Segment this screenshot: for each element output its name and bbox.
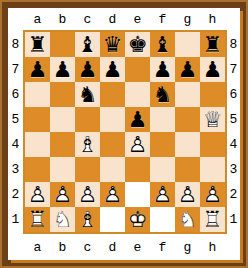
piece-outline: ♘ [175, 207, 200, 232]
square-f8[interactable]: ♝ [150, 32, 175, 57]
square-f1[interactable] [150, 207, 175, 232]
white-rook-a1[interactable]: ♜♖ [25, 207, 50, 232]
black-queen-d8[interactable]: ♛ [100, 32, 125, 57]
white-pawn-c2[interactable]: ♟♙ [75, 182, 100, 207]
square-d5[interactable] [100, 107, 125, 132]
rank-label-left-7: 7 [12, 57, 20, 82]
square-d8[interactable]: ♛ [100, 32, 125, 57]
rank-label-left-2: 2 [12, 182, 20, 207]
square-c5[interactable] [75, 107, 100, 132]
black-bishop-c8[interactable]: ♝ [75, 32, 100, 57]
black-pawn-a7[interactable]: ♟ [25, 57, 50, 82]
square-b6[interactable] [50, 82, 75, 107]
square-b8[interactable] [50, 32, 75, 57]
square-c1[interactable]: ♝♗ [75, 207, 100, 232]
corner-bottom-right [227, 234, 240, 260]
file-label-top-g: g [175, 13, 200, 26]
file-label-bottom-b: b [50, 241, 75, 254]
rank-label-left-4: 4 [12, 132, 20, 157]
rank-label-left-3: 3 [12, 157, 20, 182]
square-d1[interactable] [100, 207, 125, 232]
square-g8[interactable] [175, 32, 200, 57]
rank-labels-left: 87654321 [8, 30, 23, 234]
white-bishop-c1[interactable]: ♝♗ [75, 207, 100, 232]
square-g1[interactable]: ♞♘ [175, 207, 200, 232]
square-h1[interactable]: ♜♖ [200, 207, 225, 232]
black-pawn-g7[interactable]: ♟ [175, 57, 200, 82]
white-pawn-e4[interactable]: ♟♙ [125, 132, 150, 157]
white-knight-b1[interactable]: ♞♘ [50, 207, 75, 232]
file-label-top-f: f [150, 13, 175, 26]
black-rook-h8[interactable]: ♜ [200, 32, 225, 57]
file-label-top-a: a [25, 13, 50, 26]
chess-board: ♜♝♛♚♝♜♟♟♟♟♟♟♟♞♞♟♛♕♝♗♟♙♟♙♟♙♟♙♟♙♟♙♟♙♟♙♜♖♞♘… [23, 30, 227, 234]
square-c3[interactable] [75, 157, 100, 182]
square-a1[interactable]: ♜♖ [25, 207, 50, 232]
square-f5[interactable] [150, 107, 175, 132]
square-e8[interactable]: ♚ [125, 32, 150, 57]
square-a6[interactable] [25, 82, 50, 107]
white-pawn-a2[interactable]: ♟♙ [25, 182, 50, 207]
square-h6[interactable] [200, 82, 225, 107]
square-a2[interactable]: ♟♙ [25, 182, 50, 207]
black-pawn-h7[interactable]: ♟ [200, 57, 225, 82]
rank-label-left-8: 8 [12, 32, 20, 57]
square-g6[interactable] [175, 82, 200, 107]
square-h4[interactable] [200, 132, 225, 157]
white-knight-g1[interactable]: ♞♘ [175, 207, 200, 232]
rank-label-right-6: 6 [230, 82, 238, 107]
corner-top-right [227, 8, 240, 30]
white-king-e1[interactable]: ♚♔ [125, 207, 150, 232]
file-label-bottom-h: h [200, 241, 225, 254]
black-pawn-e5[interactable]: ♟ [125, 107, 150, 132]
square-b1[interactable]: ♞♘ [50, 207, 75, 232]
square-g4[interactable] [175, 132, 200, 157]
rank-label-right-5: 5 [230, 107, 238, 132]
black-bishop-f8[interactable]: ♝ [150, 32, 175, 57]
white-pawn-g2[interactable]: ♟♙ [175, 182, 200, 207]
square-h2[interactable]: ♟♙ [200, 182, 225, 207]
file-label-top-c: c [75, 13, 100, 26]
black-king-e8[interactable]: ♚ [125, 32, 150, 57]
corner-bottom-left [8, 234, 23, 260]
file-label-bottom-e: e [125, 241, 150, 254]
square-c8[interactable]: ♝ [75, 32, 100, 57]
piece-outline: ♘ [50, 207, 75, 232]
rank-label-left-6: 6 [12, 82, 20, 107]
file-label-bottom-g: g [175, 241, 200, 254]
corner-top-left [8, 8, 23, 30]
file-label-bottom-c: c [75, 241, 100, 254]
square-h5[interactable]: ♛♕ [200, 107, 225, 132]
white-bishop-c4[interactable]: ♝♗ [75, 132, 100, 157]
black-pawn-d7[interactable]: ♟ [100, 57, 125, 82]
square-f2[interactable]: ♟♙ [150, 182, 175, 207]
square-h8[interactable]: ♜ [200, 32, 225, 57]
piece-outline: ♙ [50, 182, 75, 207]
black-knight-f6[interactable]: ♞ [150, 82, 175, 107]
black-pawn-b7[interactable]: ♟ [50, 57, 75, 82]
square-e3[interactable] [125, 157, 150, 182]
white-queen-h5[interactable]: ♛♕ [200, 107, 225, 132]
square-h7[interactable]: ♟ [200, 57, 225, 82]
file-label-top-b: b [50, 13, 75, 26]
piece-outline: ♗ [75, 207, 100, 232]
square-e1[interactable]: ♚♔ [125, 207, 150, 232]
file-label-bottom-d: d [100, 241, 125, 254]
square-d4[interactable] [100, 132, 125, 157]
rank-label-right-2: 2 [230, 182, 238, 207]
file-label-bottom-a: a [25, 241, 50, 254]
square-a4[interactable] [25, 132, 50, 157]
square-b7[interactable]: ♟ [50, 57, 75, 82]
square-b5[interactable] [50, 107, 75, 132]
square-c6[interactable]: ♞ [75, 82, 100, 107]
file-label-top-h: h [200, 13, 225, 26]
rank-label-right-1: 1 [230, 207, 238, 232]
rank-label-right-4: 4 [230, 132, 238, 157]
square-d2[interactable]: ♟♙ [100, 182, 125, 207]
square-g7[interactable]: ♟ [175, 57, 200, 82]
black-pawn-c7[interactable]: ♟ [75, 57, 100, 82]
square-c7[interactable]: ♟ [75, 57, 100, 82]
black-rook-a8[interactable]: ♜ [25, 32, 50, 57]
piece-outline: ♙ [100, 182, 125, 207]
square-e2[interactable] [125, 182, 150, 207]
piece-outline: ♗ [75, 132, 100, 157]
rank-label-right-3: 3 [230, 157, 238, 182]
square-c2[interactable]: ♟♙ [75, 182, 100, 207]
piece-outline: ♙ [25, 182, 50, 207]
piece-outline: ♙ [200, 182, 225, 207]
black-knight-c6[interactable]: ♞ [75, 82, 100, 107]
square-f4[interactable] [150, 132, 175, 157]
square-h3[interactable] [200, 157, 225, 182]
square-a5[interactable] [25, 107, 50, 132]
square-e7[interactable] [125, 57, 150, 82]
square-e5[interactable]: ♟ [125, 107, 150, 132]
square-c4[interactable]: ♝♗ [75, 132, 100, 157]
square-b3[interactable] [50, 157, 75, 182]
square-f6[interactable]: ♞ [150, 82, 175, 107]
rank-labels-right: 87654321 [227, 30, 240, 234]
square-g2[interactable]: ♟♙ [175, 182, 200, 207]
piece-outline: ♔ [125, 207, 150, 232]
square-g5[interactable] [175, 107, 200, 132]
rank-label-left-1: 1 [12, 207, 20, 232]
square-a3[interactable] [25, 157, 50, 182]
white-pawn-b2[interactable]: ♟♙ [50, 182, 75, 207]
file-label-bottom-f: f [150, 241, 175, 254]
square-a8[interactable]: ♜ [25, 32, 50, 57]
square-d3[interactable] [100, 157, 125, 182]
square-g3[interactable] [175, 157, 200, 182]
file-labels-bottom: abcdefgh [23, 234, 227, 260]
square-d6[interactable] [100, 82, 125, 107]
square-f3[interactable] [150, 157, 175, 182]
file-labels-top: abcdefgh [23, 8, 227, 30]
square-d7[interactable]: ♟ [100, 57, 125, 82]
piece-outline: ♙ [75, 182, 100, 207]
square-b4[interactable] [50, 132, 75, 157]
piece-outline: ♖ [25, 207, 50, 232]
white-rook-h1[interactable]: ♜♖ [200, 207, 225, 232]
white-pawn-f2[interactable]: ♟♙ [150, 182, 175, 207]
rank-label-right-7: 7 [230, 57, 238, 82]
white-pawn-h2[interactable]: ♟♙ [200, 182, 225, 207]
file-label-top-d: d [100, 13, 125, 26]
piece-outline: ♖ [200, 207, 225, 232]
piece-outline: ♕ [200, 107, 225, 132]
piece-outline: ♙ [125, 132, 150, 157]
white-pawn-d2[interactable]: ♟♙ [100, 182, 125, 207]
black-pawn-f7[interactable]: ♟ [150, 57, 175, 82]
piece-outline: ♙ [150, 182, 175, 207]
board-frame: abcdefgh 87654321 ♜♝♛♚♝♜♟♟♟♟♟♟♟♞♞♟♛♕♝♗♟♙… [0, 0, 248, 268]
square-f7[interactable]: ♟ [150, 57, 175, 82]
square-e6[interactable] [125, 82, 150, 107]
file-label-top-e: e [125, 13, 150, 26]
square-e4[interactable]: ♟♙ [125, 132, 150, 157]
rank-label-left-5: 5 [12, 107, 20, 132]
rank-label-right-8: 8 [230, 32, 238, 57]
board-margin: abcdefgh 87654321 ♜♝♛♚♝♜♟♟♟♟♟♟♟♞♞♟♛♕♝♗♟♙… [8, 8, 240, 260]
square-a7[interactable]: ♟ [25, 57, 50, 82]
square-b2[interactable]: ♟♙ [50, 182, 75, 207]
piece-outline: ♙ [175, 182, 200, 207]
